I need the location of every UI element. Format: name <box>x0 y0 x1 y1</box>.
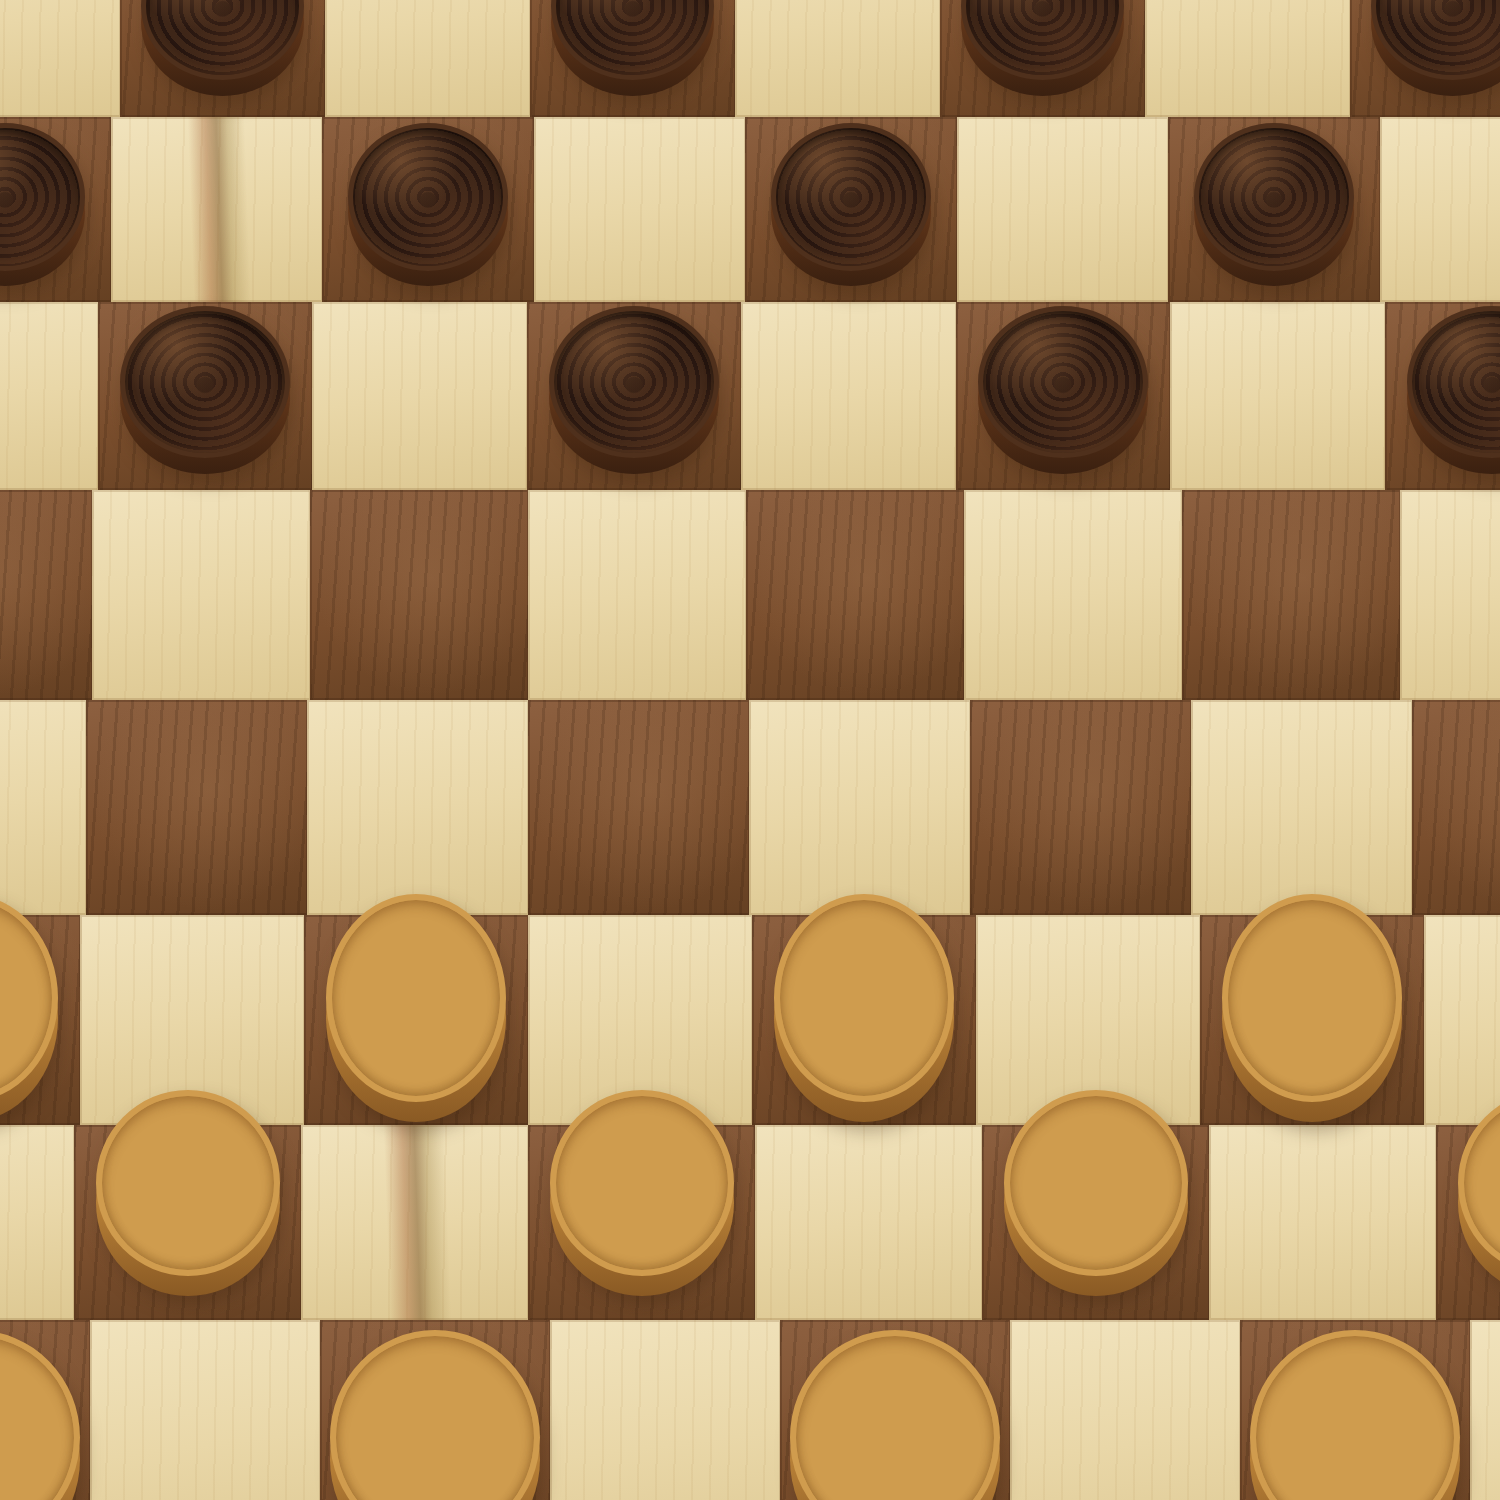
square-r5c8[interactable] <box>1412 700 1500 915</box>
light-checker-r6c1[interactable] <box>0 894 58 1122</box>
checker-top-face <box>790 1330 1000 1500</box>
square-r4c8[interactable] <box>1400 490 1500 700</box>
square-r5c4[interactable] <box>528 700 750 915</box>
square-r1c1[interactable] <box>0 0 121 117</box>
checker-top-face <box>96 1090 280 1276</box>
square-r7c3[interactable] <box>301 1125 529 1320</box>
square-r2c8[interactable] <box>1380 117 1500 302</box>
square-r8c8[interactable] <box>1470 1320 1500 1500</box>
square-r4c3[interactable] <box>310 490 529 700</box>
checker-top-face <box>0 1330 80 1500</box>
square-r8c6[interactable] <box>1010 1320 1241 1500</box>
checker-top-face <box>549 306 719 458</box>
light-checker-r8c1[interactable] <box>0 1330 80 1500</box>
checker-top-face <box>348 123 508 271</box>
light-checker-r7c4[interactable] <box>550 1090 734 1296</box>
square-r8c2[interactable] <box>90 1320 321 1500</box>
checker-top-face <box>978 306 1148 458</box>
square-r3c3[interactable] <box>312 302 528 490</box>
square-r2c4[interactable] <box>534 117 747 302</box>
square-r4c2[interactable] <box>92 490 311 700</box>
square-r3c7[interactable] <box>1170 302 1386 490</box>
square-r1c3[interactable] <box>325 0 531 117</box>
light-checker-r7c6[interactable] <box>1004 1090 1188 1296</box>
square-r4c4[interactable] <box>528 490 747 700</box>
checker-top-face <box>326 894 506 1102</box>
light-checker-r6c7[interactable] <box>1222 894 1402 1122</box>
square-r4c5[interactable] <box>746 490 965 700</box>
square-r1c7[interactable] <box>1145 0 1351 117</box>
checker-top-face <box>120 306 290 458</box>
dark-checker-r3c6[interactable] <box>978 306 1148 474</box>
checker-top-face <box>1004 1090 1188 1276</box>
square-r7c7[interactable] <box>1209 1125 1437 1320</box>
square-r2c6[interactable] <box>957 117 1170 302</box>
dark-checker-r1c4[interactable] <box>551 0 714 96</box>
light-checker-r8c5[interactable] <box>790 1330 1000 1500</box>
checker-top-face <box>1250 1330 1460 1500</box>
dark-checker-r2c3[interactable] <box>348 123 508 286</box>
light-checker-r7c8[interactable] <box>1458 1090 1500 1296</box>
checkers-board-photo <box>0 0 1500 1500</box>
light-checker-r6c3[interactable] <box>326 894 506 1122</box>
checker-top-face <box>330 1330 540 1500</box>
dark-checker-r3c8[interactable] <box>1407 306 1500 474</box>
dark-checker-r3c4[interactable] <box>549 306 719 474</box>
square-r4c1[interactable] <box>0 490 93 700</box>
square-r3c5[interactable] <box>741 302 957 490</box>
checker-top-face <box>0 894 58 1102</box>
checker-top-face <box>771 123 931 271</box>
checker-top-face <box>774 894 954 1102</box>
square-r7c5[interactable] <box>755 1125 983 1320</box>
square-r5c5[interactable] <box>749 700 971 915</box>
square-r5c1[interactable] <box>0 700 87 915</box>
square-r7c1[interactable] <box>0 1125 75 1320</box>
square-r2c2[interactable] <box>111 117 324 302</box>
square-r5c3[interactable] <box>307 700 529 915</box>
square-r5c6[interactable] <box>970 700 1192 915</box>
light-checker-r6c5[interactable] <box>774 894 954 1122</box>
square-r4c6[interactable] <box>964 490 1183 700</box>
dark-checker-r1c2[interactable] <box>141 0 304 96</box>
dark-checker-r2c7[interactable] <box>1194 123 1354 286</box>
light-checker-r8c7[interactable] <box>1250 1330 1460 1500</box>
square-r1c5[interactable] <box>735 0 941 117</box>
dark-checker-r3c2[interactable] <box>120 306 290 474</box>
square-r3c1[interactable] <box>0 302 99 490</box>
light-checker-r7c2[interactable] <box>96 1090 280 1296</box>
square-r5c7[interactable] <box>1191 700 1413 915</box>
dark-checker-r2c5[interactable] <box>771 123 931 286</box>
checker-top-face <box>1194 123 1354 271</box>
checker-top-face <box>550 1090 734 1276</box>
dark-checker-r2c1[interactable] <box>0 123 85 286</box>
square-r8c4[interactable] <box>550 1320 781 1500</box>
dark-checker-r1c8[interactable] <box>1371 0 1500 96</box>
light-checker-r8c3[interactable] <box>330 1330 540 1500</box>
square-r4c7[interactable] <box>1182 490 1401 700</box>
square-r5c2[interactable] <box>86 700 308 915</box>
checker-top-face <box>1222 894 1402 1102</box>
dark-checker-r1c6[interactable] <box>961 0 1124 96</box>
